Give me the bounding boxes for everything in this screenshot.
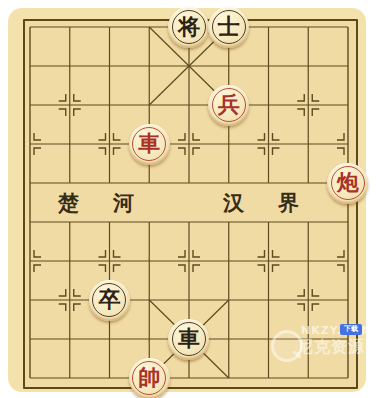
piece-character: 車: [138, 133, 160, 155]
piece-black-chariot[interactable]: 車: [168, 319, 209, 360]
piece-red-cannon[interactable]: 炮: [327, 163, 368, 204]
piece-red-general[interactable]: 帥: [129, 358, 170, 398]
piece-character: 帥: [138, 367, 160, 389]
piece-character: 車: [178, 328, 200, 350]
piece-red-chariot[interactable]: 車: [129, 124, 170, 165]
piece-character: 卒: [98, 289, 120, 311]
pieces-grid: 将士兵車炮卒車帥: [10, 8, 368, 398]
xiangqi-screenshot: 楚河 汉界 将士兵車炮卒車帥 NKZY.COM 下载 尼克资源网: [0, 0, 381, 398]
piece-black-advisor[interactable]: 士: [208, 7, 249, 48]
piece-character: 兵: [218, 94, 240, 116]
piece-character: 炮: [337, 172, 359, 194]
piece-black-general[interactable]: 将: [168, 7, 209, 48]
piece-red-soldier[interactable]: 兵: [208, 85, 249, 126]
piece-character: 将: [178, 16, 200, 38]
piece-black-soldier[interactable]: 卒: [89, 280, 130, 321]
piece-character: 士: [218, 16, 240, 38]
